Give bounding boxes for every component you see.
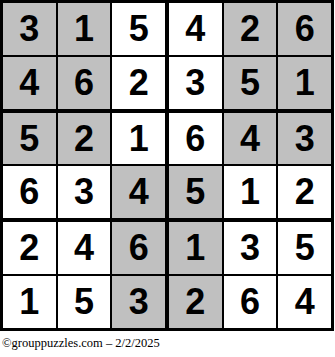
cell-r3c6: 3	[278, 113, 331, 165]
puzzle-page: 315426462351521643634512246135153264 ©gr…	[0, 0, 335, 357]
cell-r2c1: 4	[3, 57, 56, 109]
cell-r4c6: 2	[278, 166, 331, 218]
cell-r4c2: 3	[58, 166, 111, 218]
cell-r1c3: 5	[112, 3, 165, 55]
cell-r2c5: 5	[224, 57, 277, 109]
cell-r2c2: 6	[58, 57, 111, 109]
cell-r1c4: 4	[169, 3, 222, 55]
cell-r1c1: 3	[3, 3, 56, 55]
cell-r5c3: 6	[112, 222, 165, 274]
sudoku-board: 315426462351521643634512246135153264	[0, 0, 334, 331]
cell-r3c1: 5	[3, 113, 56, 165]
cell-r6c4: 2	[169, 276, 222, 328]
cell-r5c6: 5	[278, 222, 331, 274]
cell-r3c2: 2	[58, 113, 111, 165]
cell-r4c1: 6	[3, 166, 56, 218]
cell-r3c5: 4	[224, 113, 277, 165]
cell-r4c3: 4	[112, 166, 165, 218]
cell-r5c1: 2	[3, 222, 56, 274]
cell-r1c6: 6	[278, 3, 331, 55]
cell-r2c3: 2	[112, 57, 165, 109]
cell-r1c2: 1	[58, 3, 111, 55]
cell-r2c4: 3	[169, 57, 222, 109]
cell-r6c5: 6	[224, 276, 277, 328]
cell-r6c1: 1	[3, 276, 56, 328]
cell-r5c4: 1	[169, 222, 222, 274]
cell-r4c5: 1	[224, 166, 277, 218]
cell-r5c5: 3	[224, 222, 277, 274]
cell-r2c6: 1	[278, 57, 331, 109]
cell-r6c6: 4	[278, 276, 331, 328]
copyright-text: ©grouppuzzles.com – 2/2/2025	[2, 336, 160, 351]
cell-r5c2: 4	[58, 222, 111, 274]
cell-r3c3: 1	[112, 113, 165, 165]
cell-r6c2: 5	[58, 276, 111, 328]
cell-r4c4: 5	[169, 166, 222, 218]
cell-r1c5: 2	[224, 3, 277, 55]
cell-r6c3: 3	[112, 276, 165, 328]
cell-r3c4: 6	[169, 113, 222, 165]
